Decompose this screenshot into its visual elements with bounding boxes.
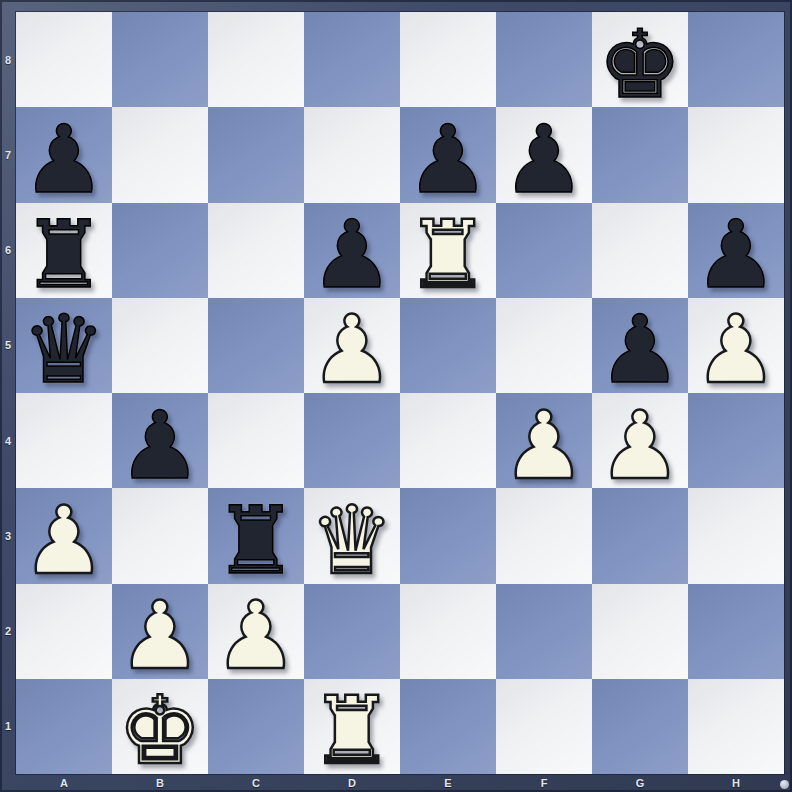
black-pawn-f7[interactable]: ♟ [502, 113, 586, 207]
white-pawn-h5[interactable]: ♟ [694, 303, 778, 397]
square-a7[interactable]: ♟ [16, 107, 112, 202]
white-pawn-g4[interactable]: ♟ [598, 399, 682, 493]
black-pawn-b4[interactable]: ♟ [118, 399, 202, 493]
square-f4[interactable]: ♟ [496, 393, 592, 488]
square-d1[interactable]: ♜ [304, 679, 400, 774]
black-rook-a6[interactable]: ♜ [22, 208, 106, 302]
rank-label-5: 5 [0, 298, 16, 393]
square-a8[interactable] [16, 12, 112, 107]
black-pawn-h6[interactable]: ♟ [694, 208, 778, 302]
square-d6[interactable]: ♟ [304, 203, 400, 298]
black-pawn-a7[interactable]: ♟ [22, 113, 106, 207]
square-c7[interactable] [208, 107, 304, 202]
white-pawn-b2[interactable]: ♟ [118, 589, 202, 683]
square-g7[interactable] [592, 107, 688, 202]
rank-label-8: 8 [0, 12, 16, 107]
black-queen-a5[interactable]: ♛ [22, 303, 106, 397]
rank-label-3: 3 [0, 488, 16, 583]
square-e8[interactable] [400, 12, 496, 107]
square-e4[interactable] [400, 393, 496, 488]
square-f1[interactable] [496, 679, 592, 774]
square-e3[interactable] [400, 488, 496, 583]
square-a6[interactable]: ♜ [16, 203, 112, 298]
square-f2[interactable] [496, 584, 592, 679]
square-h4[interactable] [688, 393, 784, 488]
file-label-e: E [400, 774, 496, 792]
board[interactable]: ♚♟♟♟♜♟♜♟♛♟♟♟♟♟♟♟♜♛♟♟♚♜ [16, 12, 784, 774]
file-label-c: C [208, 774, 304, 792]
white-king-b1[interactable]: ♚ [118, 684, 202, 778]
square-d7[interactable] [304, 107, 400, 202]
square-h7[interactable] [688, 107, 784, 202]
square-b3[interactable] [112, 488, 208, 583]
square-h2[interactable] [688, 584, 784, 679]
white-pawn-a3[interactable]: ♟ [22, 494, 106, 588]
black-pawn-e7[interactable]: ♟ [406, 113, 490, 207]
square-d3[interactable]: ♛ [304, 488, 400, 583]
square-c4[interactable] [208, 393, 304, 488]
square-a1[interactable] [16, 679, 112, 774]
square-b2[interactable]: ♟ [112, 584, 208, 679]
square-g3[interactable] [592, 488, 688, 583]
file-label-h: H [688, 774, 784, 792]
square-a4[interactable] [16, 393, 112, 488]
file-label-a: A [16, 774, 112, 792]
black-rook-c3[interactable]: ♜ [214, 494, 298, 588]
square-h8[interactable] [688, 12, 784, 107]
black-pawn-g5[interactable]: ♟ [598, 303, 682, 397]
square-c1[interactable] [208, 679, 304, 774]
square-h3[interactable] [688, 488, 784, 583]
square-b5[interactable] [112, 298, 208, 393]
square-e1[interactable] [400, 679, 496, 774]
square-f8[interactable] [496, 12, 592, 107]
resize-handle-dot [780, 780, 789, 789]
file-label-f: F [496, 774, 592, 792]
square-a5[interactable]: ♛ [16, 298, 112, 393]
square-d8[interactable] [304, 12, 400, 107]
rank-label-2: 2 [0, 584, 16, 679]
square-g8[interactable]: ♚ [592, 12, 688, 107]
white-rook-d1[interactable]: ♜ [310, 684, 394, 778]
square-c2[interactable]: ♟ [208, 584, 304, 679]
black-king-g8[interactable]: ♚ [598, 18, 682, 112]
square-c5[interactable] [208, 298, 304, 393]
square-c8[interactable] [208, 12, 304, 107]
square-b6[interactable] [112, 203, 208, 298]
square-h6[interactable]: ♟ [688, 203, 784, 298]
square-a3[interactable]: ♟ [16, 488, 112, 583]
square-e2[interactable] [400, 584, 496, 679]
square-c3[interactable]: ♜ [208, 488, 304, 583]
rank-label-6: 6 [0, 203, 16, 298]
square-b4[interactable]: ♟ [112, 393, 208, 488]
square-f3[interactable] [496, 488, 592, 583]
black-pawn-d6[interactable]: ♟ [310, 208, 394, 302]
square-g4[interactable]: ♟ [592, 393, 688, 488]
square-h5[interactable]: ♟ [688, 298, 784, 393]
square-g1[interactable] [592, 679, 688, 774]
square-d4[interactable] [304, 393, 400, 488]
white-rook-e6[interactable]: ♜ [406, 208, 490, 302]
square-b7[interactable] [112, 107, 208, 202]
rank-label-7: 7 [0, 107, 16, 202]
rank-label-1: 1 [0, 679, 16, 774]
square-c6[interactable] [208, 203, 304, 298]
white-pawn-d5[interactable]: ♟ [310, 303, 394, 397]
white-queen-d3[interactable]: ♛ [310, 494, 394, 588]
square-g6[interactable] [592, 203, 688, 298]
square-g5[interactable]: ♟ [592, 298, 688, 393]
square-e6[interactable]: ♜ [400, 203, 496, 298]
square-h1[interactable] [688, 679, 784, 774]
square-b8[interactable] [112, 12, 208, 107]
square-f7[interactable]: ♟ [496, 107, 592, 202]
square-d2[interactable] [304, 584, 400, 679]
square-f6[interactable] [496, 203, 592, 298]
file-label-g: G [592, 774, 688, 792]
square-g2[interactable] [592, 584, 688, 679]
square-b1[interactable]: ♚ [112, 679, 208, 774]
rank-labels: 87654321 [0, 12, 16, 774]
rank-label-4: 4 [0, 393, 16, 488]
chess-board-frame: 87654321 ♚♟♟♟♜♟♜♟♛♟♟♟♟♟♟♟♜♛♟♟♚♜ ABCDEFGH [0, 0, 792, 792]
square-e7[interactable]: ♟ [400, 107, 496, 202]
square-e5[interactable] [400, 298, 496, 393]
square-a2[interactable] [16, 584, 112, 679]
square-f5[interactable] [496, 298, 592, 393]
white-pawn-f4[interactable]: ♟ [502, 399, 586, 493]
white-pawn-c2[interactable]: ♟ [214, 589, 298, 683]
square-d5[interactable]: ♟ [304, 298, 400, 393]
